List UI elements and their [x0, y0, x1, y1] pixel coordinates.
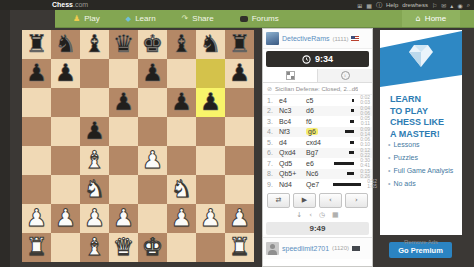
play-icon: ♟: [73, 15, 80, 23]
square-b1[interactable]: [51, 233, 80, 262]
square-d6[interactable]: ♟: [109, 88, 138, 117]
black-king: ♚: [138, 30, 167, 59]
square-d8[interactable]: ♛: [109, 30, 138, 59]
opening-book-icon: ⊘: [267, 85, 272, 92]
home-label: Home: [425, 14, 446, 23]
black-move[interactable]: Bg7: [306, 149, 333, 156]
home-button[interactable]: ⌂ Home: [402, 10, 460, 27]
square-c4[interactable]: ♝: [80, 146, 109, 175]
layout-icon[interactable]: ▦: [332, 211, 339, 219]
black-move[interactable]: cxd4: [306, 139, 333, 146]
square-e7[interactable]: ♟: [138, 59, 167, 88]
square-e3[interactable]: [138, 175, 167, 204]
black-rook: ♜: [22, 30, 51, 59]
move-row: 2. Nc3 d6 0:040:06: [263, 106, 372, 117]
black-pawn: ♟: [138, 59, 167, 88]
black-pawn: ♟: [109, 88, 138, 117]
black-move[interactable]: c5: [306, 97, 333, 104]
square-h3[interactable]: [225, 175, 254, 204]
square-d7[interactable]: [109, 59, 138, 88]
square-c7[interactable]: [80, 59, 109, 88]
move-list: 1. e4 c5 0:020:03 2. Nc3 d6 0:040:06 3. …: [263, 95, 372, 190]
square-f8[interactable]: ♝: [167, 30, 196, 59]
square-c5[interactable]: ♟: [80, 117, 109, 146]
black-pawn: ♟: [225, 59, 254, 88]
white-queen: ♛: [109, 233, 138, 262]
white-bishop: ♝: [80, 146, 109, 175]
square-b4[interactable]: [51, 146, 80, 175]
nav-label-share: Share: [192, 14, 213, 23]
black-knight: ♞: [51, 30, 80, 59]
player-bar: speedlimit2701 (1120): [263, 237, 372, 259]
white-move[interactable]: Nd4: [279, 181, 306, 188]
square-b2[interactable]: ♟: [51, 204, 80, 233]
square-h1[interactable]: ♜: [225, 233, 254, 262]
player-rating: (1120): [332, 245, 349, 251]
square-h7[interactable]: ♟: [225, 59, 254, 88]
move-row: 7. Qd5 e6 0:300:41: [263, 158, 372, 169]
square-a2[interactable]: ♟: [22, 204, 51, 233]
square-h8[interactable]: ♜: [225, 30, 254, 59]
square-h5[interactable]: [225, 117, 254, 146]
black-bishop: ♝: [80, 30, 109, 59]
panel-tabs: i: [263, 69, 372, 83]
diamond-icon: [408, 44, 434, 68]
white-move[interactable]: d4: [279, 139, 306, 146]
username-link[interactable]: drewhess: [402, 2, 428, 8]
move-time-bar: [345, 130, 354, 133]
white-pawn: ♟: [109, 204, 138, 233]
square-c1[interactable]: ♝: [80, 233, 109, 262]
white-pawn: ♟: [138, 146, 167, 175]
black-clock-time: 9:34: [315, 54, 333, 64]
download-icon[interactable]: ↓: [296, 211, 302, 219]
move-number: 5.: [263, 139, 279, 146]
black-move[interactable]: d6: [306, 107, 333, 114]
square-e2[interactable]: [138, 204, 167, 233]
square-a3[interactable]: [22, 175, 51, 204]
nav-item-share[interactable]: ↷ Share: [182, 14, 214, 23]
opponent-rating: (1111): [332, 36, 348, 42]
flag-icon[interactable]: ⚐: [432, 2, 437, 9]
black-rook: ♜: [225, 30, 254, 59]
square-h4[interactable]: [225, 146, 254, 175]
square-c6[interactable]: [80, 88, 109, 117]
black-move[interactable]: f6: [306, 118, 333, 125]
black-queen: ♛: [109, 30, 138, 59]
remove-ads-link[interactable]: Remove Ads: [380, 239, 462, 245]
square-e5[interactable]: [138, 117, 167, 146]
move-times: 0:060:10: [354, 137, 370, 148]
square-a5[interactable]: [22, 117, 51, 146]
square-e6[interactable]: [138, 88, 167, 117]
window-left-edge: [0, 0, 10, 267]
move-number: 8.: [263, 170, 279, 177]
white-rook: ♜: [225, 233, 254, 262]
black-pawn: ♟: [22, 59, 51, 88]
move-number: 7.: [263, 160, 279, 167]
white-move[interactable]: e4: [279, 97, 306, 104]
square-g1[interactable]: [196, 233, 225, 262]
move-time-bar: [333, 183, 361, 186]
white-move[interactable]: Bc4: [279, 118, 306, 125]
opponent-flag-icon: [351, 36, 359, 41]
timer-icon[interactable]: ◷: [319, 211, 325, 219]
nav-item-forums[interactable]: Forums: [240, 14, 279, 23]
move-times: 0:020:03: [354, 95, 370, 106]
ad-bullets: •Lessons •Puzzles •Full Game Analysis •N…: [388, 140, 454, 193]
black-pawn: ♟: [80, 117, 109, 146]
main-nav: ♟ Play ◆ Learn ↷ Share Forums ⌂ Home: [55, 10, 474, 28]
square-b6[interactable]: [51, 88, 80, 117]
square-f3[interactable]: ♞: [167, 175, 196, 204]
square-d1[interactable]: ♛: [109, 233, 138, 262]
square-a8[interactable]: ♜: [22, 30, 51, 59]
move-number: 3.: [263, 118, 279, 125]
prev-move-button[interactable]: ‹: [319, 193, 342, 208]
ad-title: LEARN TO PLAY CHESS LIKE A MASTER!: [390, 94, 444, 141]
white-rook: ♜: [22, 233, 51, 262]
player-name[interactable]: speedlimit2701: [282, 245, 329, 252]
move-controls: ⇄ ▶ ‹ ›: [263, 190, 372, 210]
move-number: 1.: [263, 97, 279, 104]
square-b5[interactable]: [51, 117, 80, 146]
move-row: 1. e4 c5 0:020:03: [263, 95, 372, 106]
next-move-button[interactable]: ›: [345, 193, 368, 208]
tab-info[interactable]: i: [318, 69, 372, 82]
move-number: 6.: [263, 149, 279, 156]
square-d5[interactable]: [109, 117, 138, 146]
square-e1[interactable]: ♚: [138, 233, 167, 262]
learn-icon: ◆: [126, 15, 131, 23]
player-flag-icon: [352, 246, 360, 251]
chess-board[interactable]: ♜♞♝♛♚♝♞♜♟♟♟♟♟♟♟♟♝♟♞♞♟♟♟♟♟♟♟♜♝♛♚♜: [22, 30, 254, 262]
white-move[interactable]: Qd5: [279, 160, 306, 167]
square-c8[interactable]: ♝: [80, 30, 109, 59]
opening-row: ⊘ Sicilian Defense: Closed, 2...d6: [263, 83, 372, 95]
move-row: 3. Bc4 f6 0:050:11: [263, 116, 372, 127]
black-knight: ♞: [196, 30, 225, 59]
black-move[interactable]: Qe7: [306, 181, 333, 188]
white-knight: ♞: [80, 175, 109, 204]
move-number: 2.: [263, 107, 279, 114]
move-times: 0:521:05: [361, 179, 377, 190]
square-c2[interactable]: ♟: [80, 204, 109, 233]
game-panel: DetectiveRams (1111) 9:34 i ⊘ Sicilian D…: [262, 28, 373, 267]
alerts-icon[interactable]: ▴: [450, 2, 453, 9]
white-move[interactable]: Nf3: [279, 128, 306, 135]
square-a6[interactable]: [22, 88, 51, 117]
square-a4[interactable]: [22, 146, 51, 175]
white-pawn: ♟: [196, 204, 225, 233]
share-icon: ↷: [182, 15, 189, 23]
circle-info-icon: i: [341, 71, 350, 80]
square-c3[interactable]: ♞: [80, 175, 109, 204]
white-king: ♚: [138, 233, 167, 262]
square-d2[interactable]: ♟: [109, 204, 138, 233]
premium-ad[interactable]: LEARN TO PLAY CHESS LIKE A MASTER! •Less…: [380, 30, 462, 235]
mail-icon[interactable]: ✉: [441, 2, 446, 9]
site-logo[interactable]: Chess.com: [52, 0, 88, 10]
white-pawn: ♟: [51, 204, 80, 233]
square-f1[interactable]: [167, 233, 196, 262]
white-move[interactable]: Qxd4: [279, 149, 306, 156]
ad-blue-band: [380, 30, 462, 87]
opponent-bar: DetectiveRams (1111): [263, 29, 372, 49]
grid-icon[interactable]: ▦: [366, 2, 372, 9]
top-bar: Chess.com ⊞ ▦ ⓘ Help drewhess ⚐ ✉ ▴ ◉ ⌕: [0, 0, 474, 10]
move-row: 6. Qxd4 Bg7 0:120:22: [263, 148, 372, 159]
search-icon[interactable]: ⌕: [467, 2, 470, 9]
white-move[interactable]: Nc3: [279, 107, 306, 114]
square-a7[interactable]: ♟: [22, 59, 51, 88]
square-g6[interactable]: ♟: [196, 88, 225, 117]
black-move[interactable]: Nc6: [306, 170, 333, 177]
status-icon[interactable]: ◉: [457, 2, 462, 9]
tab-moves[interactable]: [263, 69, 318, 82]
black-move[interactable]: g6: [306, 128, 333, 135]
white-pawn: ♟: [225, 204, 254, 233]
square-g8[interactable]: ♞: [196, 30, 225, 59]
move-time-bar: [334, 162, 354, 165]
white-pawn: ♟: [80, 204, 109, 233]
info-icon[interactable]: ⓘ: [376, 1, 382, 10]
square-h2[interactable]: ♟: [225, 204, 254, 233]
square-g5[interactable]: [196, 117, 225, 146]
move-number: 9.: [263, 181, 279, 188]
moves-grid-icon: [286, 71, 295, 80]
chess-com-window: Chess.com ⊞ ▦ ⓘ Help drewhess ⚐ ✉ ▴ ◉ ⌕ …: [0, 0, 474, 267]
white-clock: 9:49: [266, 222, 369, 235]
square-g3[interactable]: [196, 175, 225, 204]
square-f5[interactable]: [167, 117, 196, 146]
white-knight: ♞: [167, 175, 196, 204]
move-row: 9. Nd4 Qe7 0:521:05: [263, 179, 372, 190]
game-tools: ↓ ‹ ◷ ▦: [263, 210, 372, 220]
apps-icon[interactable]: ⊞: [357, 2, 362, 9]
white-pawn: ♟: [167, 204, 196, 233]
move-row: 4. Nf3 g6 0:090:14: [263, 127, 372, 138]
square-f7[interactable]: [167, 59, 196, 88]
square-d4[interactable]: [109, 146, 138, 175]
help-link[interactable]: Help: [386, 2, 398, 8]
square-f6[interactable]: ♟: [167, 88, 196, 117]
move-time-bar: [347, 172, 354, 175]
nav-label-learn: Learn: [135, 14, 155, 23]
square-a1[interactable]: ♜: [22, 233, 51, 262]
square-g4[interactable]: [196, 146, 225, 175]
white-clock-time: 9:49: [309, 224, 325, 233]
move-times: 0:300:41: [354, 158, 370, 169]
square-g7[interactable]: [196, 59, 225, 88]
square-b7[interactable]: ♟: [51, 59, 80, 88]
opponent-avatar[interactable]: [266, 32, 279, 45]
flip-board-button[interactable]: ⇄: [267, 193, 290, 208]
move-row: 8. Qb5+ Nc6 0:150:26: [263, 169, 372, 180]
square-b8[interactable]: ♞: [51, 30, 80, 59]
nav-label-forums: Forums: [252, 14, 279, 23]
nav-item-learn[interactable]: ◆ Learn: [126, 14, 156, 23]
square-d3[interactable]: [109, 175, 138, 204]
share-game-icon[interactable]: ‹: [309, 211, 312, 219]
square-e4[interactable]: ♟: [138, 146, 167, 175]
white-move[interactable]: Qb5+: [279, 170, 306, 177]
black-bishop: ♝: [167, 30, 196, 59]
opponent-name[interactable]: DetectiveRams: [282, 35, 329, 42]
white-bishop: ♝: [80, 233, 109, 262]
nav-label-play: Play: [84, 14, 100, 23]
square-e8[interactable]: ♚: [138, 30, 167, 59]
home-icon: ⌂: [416, 14, 421, 23]
black-pawn: ♟: [51, 59, 80, 88]
square-g2[interactable]: ♟: [196, 204, 225, 233]
square-f4[interactable]: [167, 146, 196, 175]
nav-item-play[interactable]: ♟ Play: [73, 14, 100, 23]
autoplay-button[interactable]: ▶: [293, 193, 316, 208]
black-clock: 9:34: [266, 51, 369, 67]
square-h6[interactable]: [225, 88, 254, 117]
black-pawn: ♟: [196, 88, 225, 117]
clock-icon: [302, 55, 311, 64]
square-b3[interactable]: [51, 175, 80, 204]
opening-name: Sicilian Defense: Closed, 2...d6: [275, 86, 358, 92]
move-row: 5. d4 cxd4 0:060:10: [263, 137, 372, 148]
forums-icon: [240, 16, 248, 22]
move-number: 4.: [263, 128, 279, 135]
move-times: 0:050:11: [354, 116, 370, 127]
square-f2[interactable]: ♟: [167, 204, 196, 233]
black-pawn: ♟: [167, 88, 196, 117]
white-pawn: ♟: [22, 204, 51, 233]
player-avatar[interactable]: [266, 242, 279, 255]
black-move[interactable]: e6: [306, 160, 333, 167]
